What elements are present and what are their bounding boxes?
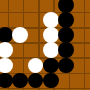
board-horizontal-line [0,88,90,90]
white-stone [43,42,59,58]
black-stone [58,12,74,28]
black-stone [43,58,59,74]
black-stone [0,27,13,43]
black-stone [58,42,74,58]
black-stone [58,0,74,13]
black-stone [58,58,74,74]
black-stone [58,27,74,43]
white-stone [0,42,13,58]
white-stone [0,58,13,74]
black-stone [12,73,28,89]
white-stone [43,27,59,43]
white-stone [28,58,44,74]
go-board[interactable] [0,0,90,90]
white-stone [12,27,28,43]
board-vertical-line [84,0,86,90]
white-stone [43,12,59,28]
black-stone [28,73,44,89]
black-stone [0,73,13,89]
black-stone [43,73,59,89]
